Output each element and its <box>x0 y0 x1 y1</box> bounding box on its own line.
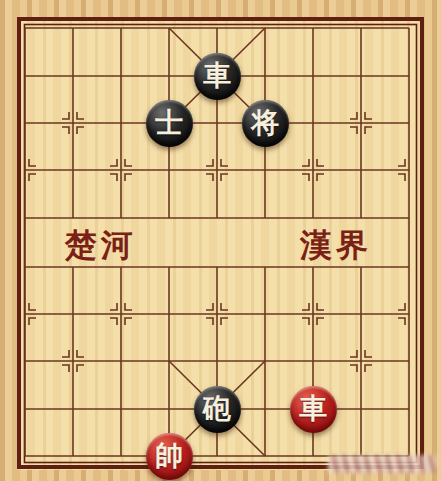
piece-glyph: 砲 <box>203 395 231 423</box>
piece-glyph: 将 <box>251 109 279 137</box>
piece-glyph: 車 <box>299 395 327 423</box>
watermark-blurred <box>328 455 436 473</box>
piece-glyph: 帥 <box>155 442 183 470</box>
piece-red-chariot[interactable]: 車 <box>290 386 337 433</box>
piece-black-chariot[interactable]: 車 <box>194 53 241 100</box>
piece-red-general[interactable]: 帥 <box>146 433 193 480</box>
piece-black-general[interactable]: 将 <box>242 100 289 147</box>
piece-black-cannon[interactable]: 砲 <box>194 386 241 433</box>
piece-glyph: 士 <box>155 109 183 137</box>
piece-black-advisor[interactable]: 士 <box>146 100 193 147</box>
pieces-grid: 車士将砲車帥 <box>1 4 433 480</box>
xiangqi-app-screenshot: { "game": "xiangqi", "position": { "fen"… <box>0 0 441 481</box>
piece-glyph: 車 <box>203 62 231 90</box>
